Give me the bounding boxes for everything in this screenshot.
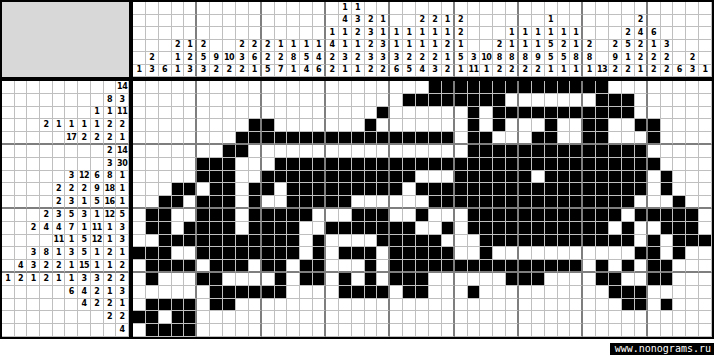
board-cell-filled[interactable]: [210, 222, 223, 235]
board-cell-empty[interactable]: [172, 119, 185, 132]
board-cell-filled[interactable]: [377, 209, 390, 222]
board-cell-empty[interactable]: [313, 209, 326, 222]
board-cell-empty[interactable]: [583, 299, 596, 312]
board-cell-empty[interactable]: [635, 81, 648, 94]
board-cell-empty[interactable]: [236, 94, 249, 107]
board-cell-empty[interactable]: [635, 273, 648, 286]
board-cell-filled[interactable]: [532, 107, 545, 120]
board-cell-empty[interactable]: [699, 183, 712, 196]
board-cell-filled[interactable]: [377, 222, 390, 235]
board-cell-filled[interactable]: [570, 81, 583, 94]
board-cell-empty[interactable]: [648, 222, 661, 235]
board-cell-filled[interactable]: [532, 145, 545, 158]
board-cell-empty[interactable]: [133, 158, 146, 171]
board-cell-filled[interactable]: [468, 132, 481, 145]
board-cell-empty[interactable]: [455, 222, 468, 235]
board-cell-empty[interactable]: [622, 119, 635, 132]
board-cell-filled[interactable]: [570, 196, 583, 209]
board-cell-empty[interactable]: [699, 222, 712, 235]
board-cell-empty[interactable]: [532, 94, 545, 107]
board-cell-filled[interactable]: [532, 273, 545, 286]
board-cell-filled[interactable]: [352, 183, 365, 196]
board-cell-filled[interactable]: [596, 222, 609, 235]
board-cell-filled[interactable]: [468, 196, 481, 209]
board-cell-empty[interactable]: [622, 81, 635, 94]
board-cell-filled[interactable]: [365, 119, 378, 132]
board-cell-empty[interactable]: [223, 311, 236, 324]
board-cell-filled[interactable]: [635, 247, 648, 260]
board-cell-empty[interactable]: [223, 119, 236, 132]
board-cell-empty[interactable]: [699, 196, 712, 209]
board-cell-empty[interactable]: [159, 107, 172, 120]
board-cell-filled[interactable]: [210, 299, 223, 312]
board-cell-filled[interactable]: [275, 132, 288, 145]
board-cell-filled[interactable]: [159, 209, 172, 222]
board-cell-empty[interactable]: [236, 171, 249, 184]
board-cell-filled[interactable]: [275, 286, 288, 299]
board-cell-filled[interactable]: [609, 273, 622, 286]
board-cell-empty[interactable]: [249, 273, 262, 286]
board-cell-filled[interactable]: [480, 94, 493, 107]
board-cell-filled[interactable]: [249, 209, 262, 222]
board-cell-empty[interactable]: [210, 107, 223, 120]
board-cell-filled[interactable]: [236, 286, 249, 299]
board-cell-filled[interactable]: [442, 260, 455, 273]
board-cell-filled[interactable]: [300, 273, 313, 286]
board-cell-filled[interactable]: [377, 171, 390, 184]
board-cell-empty[interactable]: [262, 107, 275, 120]
board-cell-empty[interactable]: [532, 171, 545, 184]
board-cell-filled[interactable]: [519, 209, 532, 222]
board-cell-filled[interactable]: [249, 235, 262, 248]
board-cell-empty[interactable]: [686, 107, 699, 120]
board-cell-filled[interactable]: [287, 132, 300, 145]
board-cell-empty[interactable]: [146, 119, 159, 132]
board-cell-filled[interactable]: [661, 171, 674, 184]
board-cell-empty[interactable]: [326, 81, 339, 94]
board-cell-empty[interactable]: [558, 247, 571, 260]
board-cell-filled[interactable]: [468, 260, 481, 273]
board-cell-empty[interactable]: [519, 132, 532, 145]
board-cell-filled[interactable]: [622, 286, 635, 299]
board-cell-empty[interactable]: [287, 145, 300, 158]
board-cell-filled[interactable]: [339, 247, 352, 260]
board-cell-filled[interactable]: [493, 94, 506, 107]
board-cell-filled[interactable]: [287, 196, 300, 209]
board-cell-empty[interactable]: [673, 94, 686, 107]
board-cell-filled[interactable]: [545, 145, 558, 158]
board-cell-empty[interactable]: [455, 311, 468, 324]
board-cell-empty[interactable]: [339, 235, 352, 248]
board-cell-filled[interactable]: [622, 222, 635, 235]
board-cell-empty[interactable]: [455, 286, 468, 299]
board-cell-filled[interactable]: [159, 247, 172, 260]
board-cell-filled[interactable]: [686, 209, 699, 222]
board-cell-empty[interactable]: [455, 209, 468, 222]
board-cell-filled[interactable]: [622, 299, 635, 312]
board-cell-filled[interactable]: [197, 235, 210, 248]
board-cell-empty[interactable]: [493, 286, 506, 299]
board-cell-filled[interactable]: [506, 81, 519, 94]
board-cell-filled[interactable]: [326, 222, 339, 235]
board-cell-filled[interactable]: [661, 260, 674, 273]
board-cell-empty[interactable]: [673, 132, 686, 145]
board-cell-filled[interactable]: [622, 145, 635, 158]
board-cell-filled[interactable]: [339, 196, 352, 209]
board-cell-filled[interactable]: [468, 171, 481, 184]
board-cell-empty[interactable]: [570, 311, 583, 324]
board-cell-empty[interactable]: [159, 158, 172, 171]
board-cell-empty[interactable]: [429, 107, 442, 120]
board-cell-empty[interactable]: [159, 183, 172, 196]
board-cell-empty[interactable]: [300, 119, 313, 132]
board-cell-empty[interactable]: [648, 183, 661, 196]
board-cell-empty[interactable]: [365, 81, 378, 94]
board-cell-filled[interactable]: [339, 132, 352, 145]
board-cell-empty[interactable]: [133, 273, 146, 286]
board-cell-empty[interactable]: [403, 119, 416, 132]
board-cell-filled[interactable]: [468, 107, 481, 120]
board-cell-empty[interactable]: [133, 235, 146, 248]
board-cell-empty[interactable]: [570, 94, 583, 107]
board-cell-empty[interactable]: [635, 324, 648, 337]
board-cell-filled[interactable]: [287, 209, 300, 222]
board-cell-filled[interactable]: [532, 183, 545, 196]
board-cell-empty[interactable]: [249, 145, 262, 158]
board-cell-filled[interactable]: [609, 94, 622, 107]
board-cell-empty[interactable]: [326, 311, 339, 324]
board-cell-empty[interactable]: [275, 119, 288, 132]
board-cell-empty[interactable]: [699, 81, 712, 94]
board-cell-empty[interactable]: [184, 81, 197, 94]
board-cell-empty[interactable]: [468, 324, 481, 337]
board-cell-filled[interactable]: [223, 299, 236, 312]
board-cell-filled[interactable]: [365, 273, 378, 286]
board-cell-empty[interactable]: [699, 324, 712, 337]
board-cell-filled[interactable]: [673, 196, 686, 209]
board-cell-empty[interactable]: [377, 119, 390, 132]
board-cell-filled[interactable]: [442, 158, 455, 171]
board-cell-empty[interactable]: [300, 222, 313, 235]
board-cell-filled[interactable]: [339, 171, 352, 184]
board-cell-filled[interactable]: [532, 222, 545, 235]
board-cell-empty[interactable]: [236, 196, 249, 209]
board-cell-empty[interactable]: [416, 299, 429, 312]
board-cell-empty[interactable]: [506, 311, 519, 324]
board-cell-empty[interactable]: [661, 324, 674, 337]
board-cell-filled[interactable]: [249, 196, 262, 209]
board-cell-filled[interactable]: [648, 273, 661, 286]
board-cell-empty[interactable]: [210, 311, 223, 324]
board-cell-empty[interactable]: [506, 94, 519, 107]
board-cell-empty[interactable]: [339, 107, 352, 120]
board-cell-filled[interactable]: [159, 324, 172, 337]
board-cell-filled[interactable]: [596, 158, 609, 171]
board-cell-empty[interactable]: [493, 132, 506, 145]
board-cell-empty[interactable]: [249, 311, 262, 324]
board-cell-filled[interactable]: [455, 196, 468, 209]
board-cell-filled[interactable]: [365, 209, 378, 222]
board-cell-filled[interactable]: [262, 183, 275, 196]
board-cell-filled[interactable]: [622, 171, 635, 184]
board-cell-empty[interactable]: [480, 119, 493, 132]
board-cell-empty[interactable]: [635, 260, 648, 273]
board-cell-filled[interactable]: [468, 158, 481, 171]
board-cell-empty[interactable]: [210, 81, 223, 94]
board-cell-empty[interactable]: [699, 260, 712, 273]
board-cell-empty[interactable]: [236, 183, 249, 196]
board-cell-empty[interactable]: [326, 273, 339, 286]
board-cell-filled[interactable]: [545, 119, 558, 132]
board-cell-empty[interactable]: [133, 107, 146, 120]
board-cell-empty[interactable]: [159, 119, 172, 132]
board-cell-empty[interactable]: [236, 299, 249, 312]
board-cell-empty[interactable]: [403, 196, 416, 209]
board-cell-empty[interactable]: [287, 107, 300, 120]
board-cell-empty[interactable]: [661, 158, 674, 171]
board-cell-empty[interactable]: [403, 324, 416, 337]
board-cell-filled[interactable]: [339, 286, 352, 299]
board-cell-filled[interactable]: [172, 324, 185, 337]
board-cell-filled[interactable]: [313, 235, 326, 248]
board-cell-filled[interactable]: [545, 132, 558, 145]
board-cell-filled[interactable]: [365, 158, 378, 171]
board-cell-filled[interactable]: [377, 286, 390, 299]
board-cell-empty[interactable]: [223, 107, 236, 120]
board-cell-empty[interactable]: [275, 299, 288, 312]
board-cell-empty[interactable]: [532, 119, 545, 132]
board-cell-filled[interactable]: [390, 273, 403, 286]
board-cell-empty[interactable]: [236, 209, 249, 222]
board-cell-empty[interactable]: [403, 107, 416, 120]
board-cell-filled[interactable]: [326, 196, 339, 209]
board-cell-empty[interactable]: [686, 158, 699, 171]
board-cell-filled[interactable]: [339, 273, 352, 286]
board-cell-empty[interactable]: [570, 119, 583, 132]
board-cell-empty[interactable]: [197, 107, 210, 120]
board-cell-filled[interactable]: [583, 107, 596, 120]
board-cell-empty[interactable]: [262, 158, 275, 171]
board-cell-empty[interactable]: [635, 235, 648, 248]
board-cell-empty[interactable]: [622, 273, 635, 286]
board-cell-empty[interactable]: [184, 209, 197, 222]
board-cell-empty[interactable]: [210, 324, 223, 337]
board-cell-empty[interactable]: [197, 324, 210, 337]
board-cell-filled[interactable]: [352, 171, 365, 184]
board-cell-filled[interactable]: [403, 286, 416, 299]
board-cell-empty[interactable]: [686, 81, 699, 94]
board-cell-empty[interactable]: [365, 324, 378, 337]
board-cell-empty[interactable]: [326, 107, 339, 120]
board-cell-empty[interactable]: [429, 273, 442, 286]
board-cell-filled[interactable]: [377, 132, 390, 145]
board-cell-filled[interactable]: [275, 273, 288, 286]
board-cell-empty[interactable]: [558, 132, 571, 145]
board-cell-filled[interactable]: [686, 222, 699, 235]
board-cell-empty[interactable]: [673, 286, 686, 299]
board-cell-empty[interactable]: [326, 209, 339, 222]
board-cell-empty[interactable]: [326, 145, 339, 158]
board-cell-empty[interactable]: [365, 299, 378, 312]
board-cell-empty[interactable]: [197, 183, 210, 196]
board-cell-empty[interactable]: [519, 94, 532, 107]
board-cell-empty[interactable]: [442, 286, 455, 299]
board-cell-filled[interactable]: [313, 158, 326, 171]
board-cell-empty[interactable]: [570, 247, 583, 260]
board-cell-filled[interactable]: [480, 222, 493, 235]
board-cell-filled[interactable]: [377, 235, 390, 248]
board-cell-empty[interactable]: [146, 107, 159, 120]
board-cell-empty[interactable]: [133, 183, 146, 196]
board-cell-empty[interactable]: [326, 94, 339, 107]
board-cell-empty[interactable]: [236, 324, 249, 337]
board-cell-filled[interactable]: [596, 107, 609, 120]
board-cell-filled[interactable]: [300, 183, 313, 196]
board-cell-empty[interactable]: [648, 81, 661, 94]
board-cell-filled[interactable]: [468, 94, 481, 107]
board-cell-empty[interactable]: [648, 286, 661, 299]
board-cell-filled[interactable]: [223, 196, 236, 209]
board-cell-filled[interactable]: [249, 183, 262, 196]
board-cell-filled[interactable]: [493, 81, 506, 94]
board-cell-filled[interactable]: [596, 183, 609, 196]
board-cell-empty[interactable]: [609, 81, 622, 94]
board-cell-empty[interactable]: [287, 94, 300, 107]
board-cell-empty[interactable]: [249, 81, 262, 94]
board-cell-empty[interactable]: [480, 299, 493, 312]
board-cell-filled[interactable]: [146, 299, 159, 312]
board-cell-empty[interactable]: [262, 273, 275, 286]
board-cell-empty[interactable]: [377, 94, 390, 107]
board-cell-empty[interactable]: [699, 311, 712, 324]
board-cell-empty[interactable]: [262, 145, 275, 158]
board-cell-empty[interactable]: [442, 119, 455, 132]
board-cell-filled[interactable]: [596, 273, 609, 286]
board-cell-empty[interactable]: [197, 286, 210, 299]
board-cell-empty[interactable]: [159, 145, 172, 158]
board-cell-empty[interactable]: [184, 158, 197, 171]
board-cell-filled[interactable]: [558, 222, 571, 235]
board-cell-empty[interactable]: [390, 119, 403, 132]
board-cell-empty[interactable]: [300, 299, 313, 312]
board-cell-empty[interactable]: [673, 299, 686, 312]
board-cell-empty[interactable]: [661, 145, 674, 158]
board-cell-empty[interactable]: [468, 311, 481, 324]
board-cell-filled[interactable]: [558, 171, 571, 184]
board-cell-filled[interactable]: [570, 209, 583, 222]
board-cell-filled[interactable]: [326, 132, 339, 145]
board-cell-filled[interactable]: [197, 196, 210, 209]
board-cell-empty[interactable]: [133, 119, 146, 132]
board-cell-filled[interactable]: [480, 235, 493, 248]
board-cell-empty[interactable]: [300, 247, 313, 260]
board-cell-filled[interactable]: [184, 183, 197, 196]
board-cell-filled[interactable]: [172, 311, 185, 324]
board-cell-empty[interactable]: [635, 222, 648, 235]
board-cell-filled[interactable]: [184, 324, 197, 337]
board-cell-empty[interactable]: [172, 107, 185, 120]
board-cell-filled[interactable]: [403, 273, 416, 286]
board-cell-filled[interactable]: [223, 235, 236, 248]
board-cell-empty[interactable]: [146, 196, 159, 209]
board-cell-empty[interactable]: [686, 299, 699, 312]
board-cell-empty[interactable]: [133, 94, 146, 107]
board-cell-filled[interactable]: [300, 132, 313, 145]
board-cell-empty[interactable]: [172, 222, 185, 235]
board-cell-filled[interactable]: [648, 247, 661, 260]
board-cell-filled[interactable]: [661, 183, 674, 196]
board-cell-filled[interactable]: [262, 235, 275, 248]
board-cell-empty[interactable]: [648, 196, 661, 209]
board-cell-filled[interactable]: [352, 158, 365, 171]
board-cell-filled[interactable]: [146, 247, 159, 260]
board-cell-filled[interactable]: [609, 209, 622, 222]
board-cell-empty[interactable]: [699, 107, 712, 120]
board-cell-filled[interactable]: [609, 171, 622, 184]
board-cell-empty[interactable]: [326, 235, 339, 248]
board-cell-filled[interactable]: [455, 171, 468, 184]
board-cell-filled[interactable]: [339, 222, 352, 235]
board-cell-filled[interactable]: [442, 94, 455, 107]
board-cell-empty[interactable]: [275, 196, 288, 209]
board-cell-empty[interactable]: [377, 324, 390, 337]
board-cell-filled[interactable]: [480, 183, 493, 196]
board-cell-filled[interactable]: [468, 286, 481, 299]
board-cell-filled[interactable]: [442, 196, 455, 209]
board-cell-filled[interactable]: [326, 158, 339, 171]
board-cell-filled[interactable]: [596, 81, 609, 94]
board-cell-empty[interactable]: [429, 209, 442, 222]
board-cell-empty[interactable]: [236, 273, 249, 286]
board-cell-empty[interactable]: [622, 311, 635, 324]
board-cell-empty[interactable]: [403, 183, 416, 196]
board-cell-filled[interactable]: [545, 183, 558, 196]
board-cell-filled[interactable]: [159, 222, 172, 235]
puzzle-grid[interactable]: [131, 79, 714, 339]
board-cell-empty[interactable]: [583, 94, 596, 107]
board-cell-filled[interactable]: [365, 247, 378, 260]
board-cell-empty[interactable]: [377, 299, 390, 312]
board-cell-filled[interactable]: [236, 145, 249, 158]
board-cell-filled[interactable]: [159, 235, 172, 248]
board-cell-empty[interactable]: [545, 273, 558, 286]
board-cell-filled[interactable]: [506, 107, 519, 120]
board-cell-empty[interactable]: [583, 260, 596, 273]
board-cell-filled[interactable]: [416, 183, 429, 196]
board-cell-empty[interactable]: [352, 235, 365, 248]
board-cell-filled[interactable]: [442, 132, 455, 145]
board-cell-filled[interactable]: [210, 209, 223, 222]
board-cell-empty[interactable]: [442, 299, 455, 312]
board-cell-empty[interactable]: [184, 273, 197, 286]
board-cell-empty[interactable]: [159, 132, 172, 145]
board-cell-empty[interactable]: [609, 119, 622, 132]
board-cell-filled[interactable]: [532, 132, 545, 145]
board-cell-empty[interactable]: [493, 311, 506, 324]
board-cell-filled[interactable]: [532, 235, 545, 248]
board-cell-empty[interactable]: [262, 94, 275, 107]
board-cell-filled[interactable]: [558, 196, 571, 209]
board-cell-filled[interactable]: [300, 209, 313, 222]
board-cell-empty[interactable]: [648, 311, 661, 324]
board-cell-empty[interactable]: [249, 171, 262, 184]
board-cell-filled[interactable]: [519, 273, 532, 286]
board-cell-filled[interactable]: [648, 158, 661, 171]
board-cell-empty[interactable]: [686, 247, 699, 260]
board-cell-filled[interactable]: [262, 247, 275, 260]
board-cell-filled[interactable]: [146, 222, 159, 235]
board-cell-empty[interactable]: [570, 286, 583, 299]
